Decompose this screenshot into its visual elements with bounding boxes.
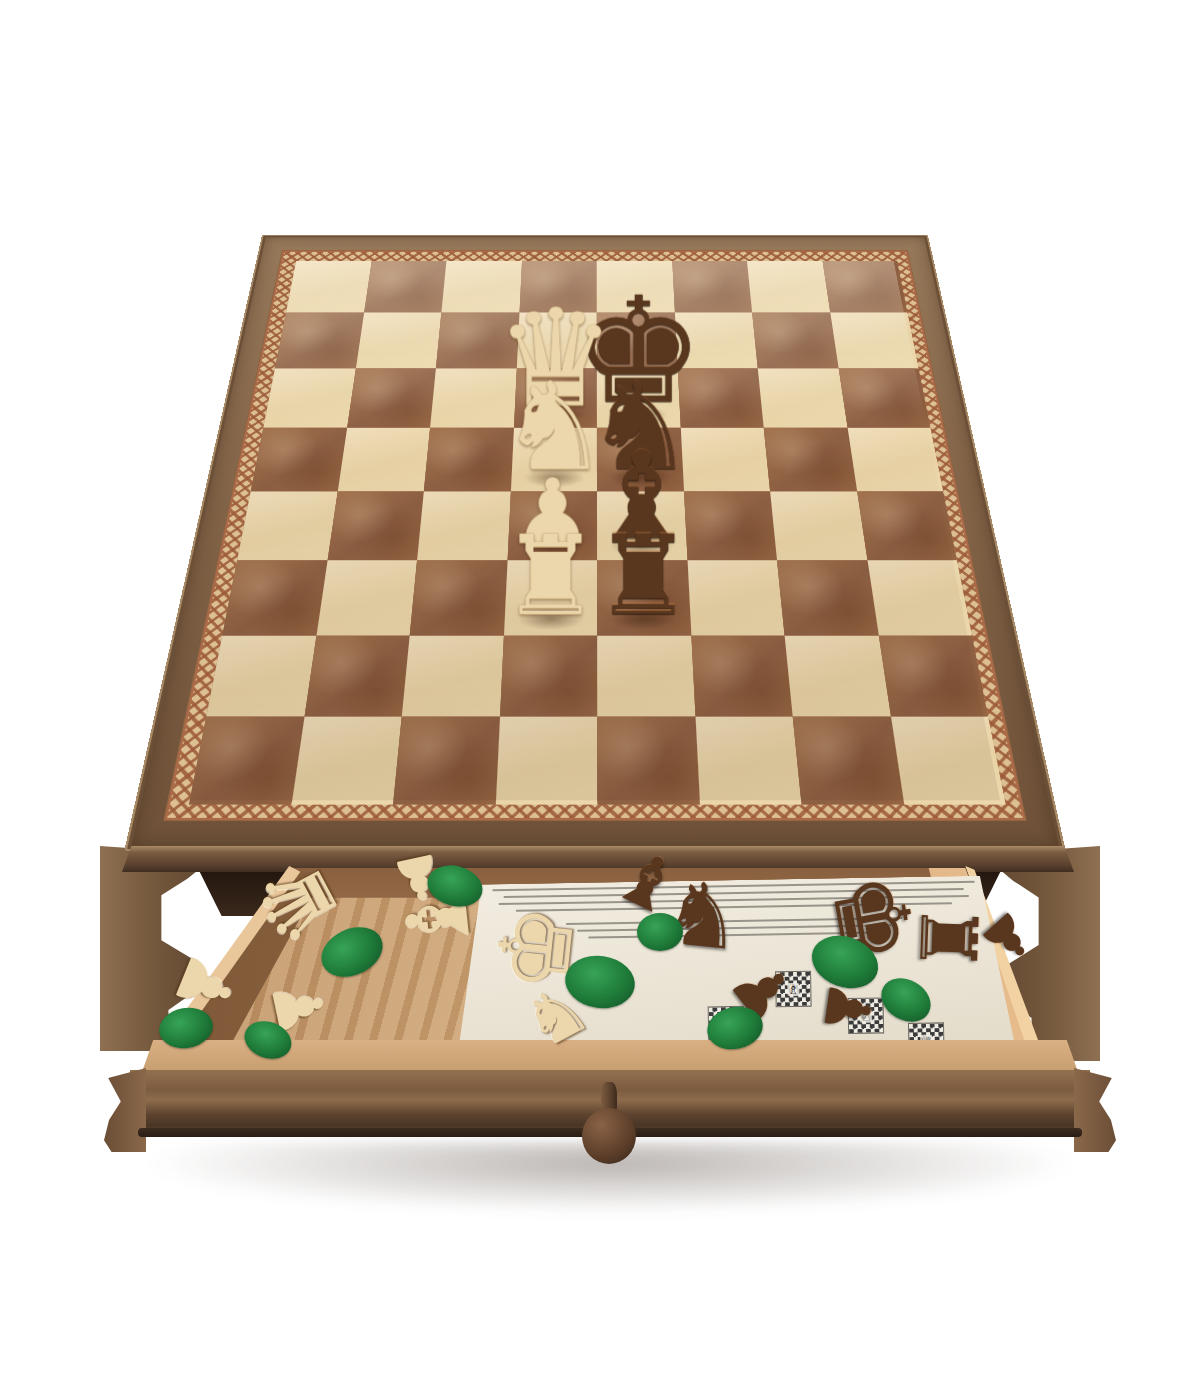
square-b5[interactable] bbox=[337, 428, 430, 492]
board-squares: ♛♚♞♞♟♝♜♜ bbox=[190, 261, 1001, 800]
square-f1[interactable] bbox=[695, 716, 802, 804]
white-rook-d3[interactable]: ♜ bbox=[503, 561, 597, 636]
square-f4[interactable] bbox=[684, 492, 778, 561]
square-b3[interactable] bbox=[316, 561, 417, 636]
square-a5[interactable] bbox=[251, 428, 347, 492]
square-h7[interactable] bbox=[830, 313, 919, 368]
square-c1[interactable] bbox=[393, 716, 499, 804]
square-e1[interactable] bbox=[597, 716, 699, 804]
square-c4[interactable] bbox=[417, 492, 510, 561]
white-rook-glyph: ♜ bbox=[501, 523, 600, 628]
square-b2[interactable] bbox=[304, 635, 410, 716]
square-b4[interactable] bbox=[327, 492, 424, 561]
square-c2[interactable] bbox=[402, 635, 504, 716]
square-h1[interactable] bbox=[890, 716, 1005, 804]
board-scene: ♛♚♞♞♟♝♜♜ bbox=[205, 105, 985, 875]
square-a3[interactable] bbox=[222, 561, 327, 636]
square-h4[interactable] bbox=[857, 492, 957, 561]
square-g5[interactable] bbox=[764, 428, 857, 492]
square-a4[interactable] bbox=[237, 492, 337, 561]
dark-rook-e3[interactable]: ♜ bbox=[597, 561, 691, 636]
square-h2[interactable] bbox=[878, 635, 988, 716]
drawer-front-left-molding bbox=[104, 1068, 146, 1152]
chess-box-photo: ♛♚♞♞♟♝♜♜ ♗♘♖♕ ♛♟♟♝♚♞♟♝♞♚♟♟♜♟ bbox=[0, 0, 1200, 1400]
square-h5[interactable] bbox=[847, 428, 943, 492]
square-h6[interactable] bbox=[838, 368, 930, 427]
dark-rook-glyph: ♜ bbox=[594, 523, 693, 628]
square-e2[interactable] bbox=[597, 635, 695, 716]
square-a1[interactable] bbox=[189, 716, 304, 804]
square-g1[interactable] bbox=[793, 716, 904, 804]
dark-tray-pawn[interactable]: ♟ bbox=[815, 977, 882, 1039]
square-b1[interactable] bbox=[291, 716, 402, 804]
square-d1[interactable] bbox=[495, 716, 597, 804]
square-g6[interactable] bbox=[758, 368, 847, 427]
drawer-front-right-molding bbox=[1074, 1068, 1116, 1152]
square-f2[interactable] bbox=[691, 635, 793, 716]
dark-tray-knight[interactable]: ♞ bbox=[659, 868, 747, 964]
drawer-knob[interactable] bbox=[582, 1108, 636, 1164]
square-g4[interactable] bbox=[770, 492, 867, 561]
square-g7[interactable] bbox=[752, 313, 838, 368]
square-g3[interactable] bbox=[777, 561, 878, 636]
square-d2[interactable] bbox=[500, 635, 598, 716]
square-b7[interactable] bbox=[356, 313, 442, 368]
diagram-piece-icon: ♖ bbox=[720, 1018, 732, 1031]
square-f3[interactable] bbox=[687, 561, 785, 636]
chess-board: ♛♚♞♞♟♝♜♜ bbox=[124, 235, 1066, 852]
square-a6[interactable] bbox=[263, 368, 355, 427]
square-g2[interactable] bbox=[785, 635, 891, 716]
square-c3[interactable] bbox=[410, 561, 507, 636]
square-b6[interactable] bbox=[347, 368, 436, 427]
drawer-front-top bbox=[142, 1040, 1078, 1072]
square-a7[interactable] bbox=[275, 313, 364, 368]
square-a2[interactable] bbox=[206, 635, 316, 716]
